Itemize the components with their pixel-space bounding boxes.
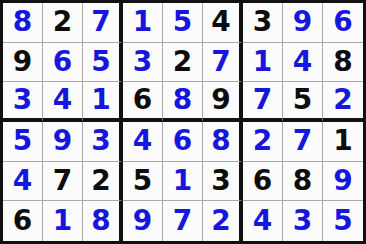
cell-value: 7 bbox=[53, 167, 72, 195]
sudoku-cell-r6c6[interactable]: 2 bbox=[203, 201, 243, 241]
sudoku-cell-r6c5[interactable]: 7 bbox=[163, 201, 203, 241]
sudoku-cell-r2c6[interactable]: 7 bbox=[203, 43, 243, 83]
cell-value: 2 bbox=[333, 86, 352, 114]
cell-value: 4 bbox=[133, 127, 152, 155]
sudoku-cell-r5c8[interactable]: 8 bbox=[283, 162, 323, 202]
sudoku-cell-r5c9[interactable]: 9 bbox=[323, 162, 363, 202]
sudoku-cell-r4c2[interactable]: 9 bbox=[43, 122, 83, 162]
sudoku-cell-r3c3[interactable]: 1 bbox=[83, 82, 123, 122]
cell-value: 3 bbox=[293, 207, 312, 235]
sudoku-cell-r1c4[interactable]: 1 bbox=[123, 3, 163, 43]
sudoku-cell-r1c6[interactable]: 4 bbox=[203, 3, 243, 43]
cell-value: 6 bbox=[53, 48, 72, 76]
sudoku-cell-r4c9[interactable]: 1 bbox=[323, 122, 363, 162]
cell-value: 1 bbox=[53, 207, 72, 235]
cell-value: 8 bbox=[91, 207, 110, 235]
cell-value: 9 bbox=[211, 86, 230, 114]
cell-value: 3 bbox=[91, 127, 110, 155]
sudoku-cell-r5c5[interactable]: 1 bbox=[163, 162, 203, 202]
cell-value: 2 bbox=[53, 8, 72, 36]
sudoku-cell-r2c5[interactable]: 2 bbox=[163, 43, 203, 83]
cell-value: 8 bbox=[13, 8, 32, 36]
sudoku-cell-r3c7[interactable]: 7 bbox=[243, 82, 283, 122]
sudoku-cell-r1c3[interactable]: 7 bbox=[83, 3, 123, 43]
cell-value: 8 bbox=[293, 167, 312, 195]
sudoku-cell-r4c8[interactable]: 7 bbox=[283, 122, 323, 162]
cell-value: 7 bbox=[91, 8, 110, 36]
sudoku-cell-r1c5[interactable]: 5 bbox=[163, 3, 203, 43]
sudoku-cell-r5c2[interactable]: 7 bbox=[43, 162, 83, 202]
sudoku-cell-r3c4[interactable]: 6 bbox=[123, 82, 163, 122]
cell-value: 7 bbox=[211, 48, 230, 76]
sudoku-cell-r4c6[interactable]: 8 bbox=[203, 122, 243, 162]
sudoku-cell-r3c8[interactable]: 5 bbox=[283, 82, 323, 122]
cell-value: 5 bbox=[13, 127, 32, 155]
cell-value: 2 bbox=[91, 167, 110, 195]
cell-value: 8 bbox=[211, 127, 230, 155]
sudoku-cell-r5c7[interactable]: 6 bbox=[243, 162, 283, 202]
cell-value: 7 bbox=[173, 207, 192, 235]
sudoku-board-container: 8271543969653271483416897525934682714725… bbox=[0, 0, 366, 244]
cell-value: 5 bbox=[133, 167, 152, 195]
cell-value: 5 bbox=[333, 207, 352, 235]
sudoku-cell-r5c6[interactable]: 3 bbox=[203, 162, 243, 202]
cell-value: 2 bbox=[211, 207, 230, 235]
cell-value: 5 bbox=[293, 86, 312, 114]
cell-value: 3 bbox=[253, 8, 272, 36]
cell-value: 6 bbox=[173, 127, 192, 155]
cell-value: 8 bbox=[173, 86, 192, 114]
sudoku-cell-r5c3[interactable]: 2 bbox=[83, 162, 123, 202]
cell-value: 4 bbox=[53, 86, 72, 114]
cell-value: 6 bbox=[13, 207, 32, 235]
sudoku-cell-r6c4[interactable]: 9 bbox=[123, 201, 163, 241]
cell-value: 1 bbox=[333, 127, 352, 155]
sudoku-cell-r3c5[interactable]: 8 bbox=[163, 82, 203, 122]
cell-value: 9 bbox=[53, 127, 72, 155]
cell-value: 6 bbox=[133, 86, 152, 114]
cell-value: 6 bbox=[253, 167, 272, 195]
sudoku-cell-r1c7[interactable]: 3 bbox=[243, 3, 283, 43]
cell-value: 3 bbox=[13, 86, 32, 114]
sudoku-cell-r2c9[interactable]: 8 bbox=[323, 43, 363, 83]
cell-value: 3 bbox=[211, 167, 230, 195]
cell-value: 2 bbox=[253, 127, 272, 155]
sudoku-cell-r3c9[interactable]: 2 bbox=[323, 82, 363, 122]
sudoku-cell-r2c7[interactable]: 1 bbox=[243, 43, 283, 83]
sudoku-cell-r6c7[interactable]: 4 bbox=[243, 201, 283, 241]
cell-value: 4 bbox=[293, 48, 312, 76]
cell-value: 8 bbox=[333, 48, 352, 76]
cell-value: 4 bbox=[253, 207, 272, 235]
sudoku-cell-r1c2[interactable]: 2 bbox=[43, 3, 83, 43]
sudoku-board: 8271543969653271483416897525934682714725… bbox=[0, 0, 366, 244]
sudoku-cell-r5c1[interactable]: 4 bbox=[3, 162, 43, 202]
cell-value: 3 bbox=[133, 48, 152, 76]
cell-value: 9 bbox=[333, 167, 352, 195]
cell-value: 4 bbox=[13, 167, 32, 195]
cell-value: 7 bbox=[293, 127, 312, 155]
sudoku-cell-r4c5[interactable]: 6 bbox=[163, 122, 203, 162]
sudoku-cell-r6c9[interactable]: 5 bbox=[323, 201, 363, 241]
sudoku-cell-r6c1[interactable]: 6 bbox=[3, 201, 43, 241]
sudoku-cell-r3c1[interactable]: 3 bbox=[3, 82, 43, 122]
sudoku-cell-r6c2[interactable]: 1 bbox=[43, 201, 83, 241]
sudoku-cell-r3c2[interactable]: 4 bbox=[43, 82, 83, 122]
sudoku-cell-r2c3[interactable]: 5 bbox=[83, 43, 123, 83]
sudoku-cell-r4c3[interactable]: 3 bbox=[83, 122, 123, 162]
cell-value: 5 bbox=[173, 8, 192, 36]
cell-value: 5 bbox=[91, 48, 110, 76]
sudoku-cell-r2c4[interactable]: 3 bbox=[123, 43, 163, 83]
sudoku-cell-r4c7[interactable]: 2 bbox=[243, 122, 283, 162]
sudoku-cell-r1c9[interactable]: 6 bbox=[323, 3, 363, 43]
cell-value: 1 bbox=[173, 167, 192, 195]
sudoku-cell-r6c8[interactable]: 3 bbox=[283, 201, 323, 241]
sudoku-cell-r2c1[interactable]: 9 bbox=[3, 43, 43, 83]
sudoku-cell-r4c1[interactable]: 5 bbox=[3, 122, 43, 162]
sudoku-cell-r6c3[interactable]: 8 bbox=[83, 201, 123, 241]
cell-value: 6 bbox=[333, 8, 352, 36]
sudoku-cell-r2c8[interactable]: 4 bbox=[283, 43, 323, 83]
cell-value: 1 bbox=[91, 86, 110, 114]
cell-value: 9 bbox=[13, 48, 32, 76]
sudoku-cell-r4c4[interactable]: 4 bbox=[123, 122, 163, 162]
cell-value: 1 bbox=[253, 48, 272, 76]
cell-value: 9 bbox=[293, 8, 312, 36]
cell-value: 4 bbox=[211, 8, 230, 36]
sudoku-cell-r1c1[interactable]: 8 bbox=[3, 3, 43, 43]
cell-value: 9 bbox=[133, 207, 152, 235]
sudoku-cell-r5c4[interactable]: 5 bbox=[123, 162, 163, 202]
sudoku-cell-r3c6[interactable]: 9 bbox=[203, 82, 243, 122]
cell-value: 1 bbox=[133, 8, 152, 36]
cell-value: 7 bbox=[253, 86, 272, 114]
cell-value: 2 bbox=[173, 48, 192, 76]
sudoku-cell-r1c8[interactable]: 9 bbox=[283, 3, 323, 43]
sudoku-cell-r2c2[interactable]: 6 bbox=[43, 43, 83, 83]
